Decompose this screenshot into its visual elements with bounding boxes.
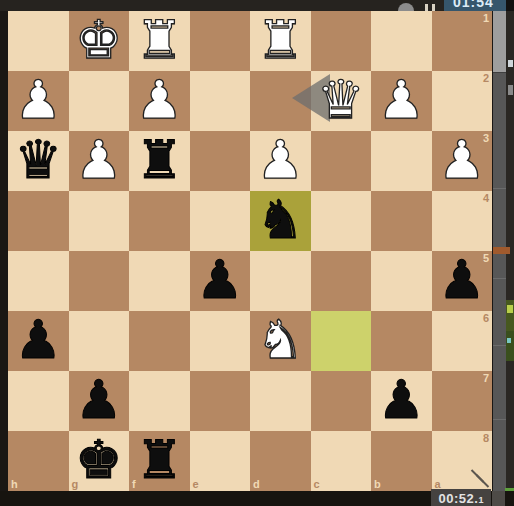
white-pawn-h2[interactable]: ♟: [8, 71, 69, 131]
black-rook-f3[interactable]: ♜: [129, 131, 190, 191]
rank-label-8: 8: [483, 432, 489, 444]
scrollbar-thumb[interactable]: [493, 11, 506, 73]
bottom-clock-tenths: 1: [478, 495, 483, 505]
white-queen-c2[interactable]: ♛: [311, 71, 372, 131]
bottom-clock-time: 00:52.: [439, 491, 479, 506]
black-queen-h3[interactable]: ♛: [8, 131, 69, 191]
rank-label-2: 2: [483, 72, 489, 84]
player-text-fragment: [425, 4, 428, 11]
white-king-g1[interactable]: ♚: [69, 11, 130, 71]
white-rook-d1[interactable]: ♜: [250, 11, 311, 71]
white-pawn-a3[interactable]: ♟: [432, 131, 493, 191]
white-knight-d6[interactable]: ♞: [250, 311, 311, 371]
scrollbar-divider: [493, 188, 506, 189]
black-pawn-h6[interactable]: ♟: [8, 311, 69, 371]
board-resize-handle[interactable]: [466, 464, 490, 488]
white-rook-f1[interactable]: ♜: [129, 11, 190, 71]
file-label-c: c: [314, 478, 320, 490]
square-c1[interactable]: [311, 11, 372, 71]
square-h8[interactable]: h: [8, 431, 69, 491]
black-rook-f8[interactable]: ♜: [129, 431, 190, 491]
square-c4[interactable]: [311, 191, 372, 251]
sidebar-green-button-sliver[interactable]: [506, 331, 514, 361]
scrollbar-divider: [493, 419, 506, 420]
square-a1[interactable]: 1: [432, 11, 493, 71]
black-pawn-g7[interactable]: ♟: [69, 371, 130, 431]
white-pawn-f2[interactable]: ♟: [129, 71, 190, 131]
file-label-b: b: [374, 478, 381, 490]
rank-label-7: 7: [483, 372, 489, 384]
square-b6[interactable]: [371, 311, 432, 371]
top-clock: 01:54: [444, 0, 510, 11]
square-b3[interactable]: [371, 131, 432, 191]
square-a2[interactable]: 2: [432, 71, 493, 131]
file-label-d: d: [253, 478, 260, 490]
square-c7[interactable]: [311, 371, 372, 431]
square-h5[interactable]: [8, 251, 69, 311]
square-e3[interactable]: [190, 131, 251, 191]
sidebar-edge-top: [506, 0, 514, 11]
square-e6[interactable]: [190, 311, 251, 371]
square-e2[interactable]: [190, 71, 251, 131]
square-a6[interactable]: 6: [432, 311, 493, 371]
scrollbar-divider: [493, 278, 506, 279]
white-pawn-d3[interactable]: ♟: [250, 131, 311, 191]
sidebar-text-fragment: [508, 85, 513, 95]
square-e8[interactable]: e: [190, 431, 251, 491]
black-pawn-a5[interactable]: ♟: [432, 251, 493, 311]
square-e1[interactable]: [190, 11, 251, 71]
square-b4[interactable]: [371, 191, 432, 251]
side-scrollbar[interactable]: [493, 11, 506, 502]
white-pawn-b2[interactable]: ♟: [371, 71, 432, 131]
square-c3[interactable]: [311, 131, 372, 191]
top-clock-time: 01:54: [453, 0, 494, 10]
square-c6[interactable]: [311, 311, 372, 371]
square-e4[interactable]: [190, 191, 251, 251]
square-g5[interactable]: [69, 251, 130, 311]
square-h7[interactable]: [8, 371, 69, 431]
square-c5[interactable]: [311, 251, 372, 311]
scrollbar-bottom-block: [492, 491, 505, 506]
rank-label-6: 6: [483, 312, 489, 324]
file-label-e: e: [193, 478, 199, 490]
rank-label-1: 1: [483, 12, 489, 24]
bottom-clock: 00:52.1: [431, 489, 491, 506]
square-d8[interactable]: d: [250, 431, 311, 491]
black-knight-d4[interactable]: ♞: [250, 191, 311, 251]
rank-label-4: 4: [483, 192, 489, 204]
square-b1[interactable]: [371, 11, 432, 71]
black-pawn-b7[interactable]: ♟: [371, 371, 432, 431]
lichess-game-screen: 01:54 1234567hgfedcba8♚♜♜♟♟♛♟♛♟♜♟♟♞♟♟♟♞♟…: [0, 0, 514, 506]
scrollbar-orange-marker: [493, 247, 510, 254]
chess-board[interactable]: 1234567hgfedcba8♚♜♜♟♟♛♟♛♟♜♟♟♞♟♟♟♞♟♟♚♜: [8, 11, 492, 491]
square-c8[interactable]: c: [311, 431, 372, 491]
square-d7[interactable]: [250, 371, 311, 431]
square-h4[interactable]: [8, 191, 69, 251]
square-a4[interactable]: 4: [432, 191, 493, 251]
sidebar-text-fragment: [508, 60, 513, 67]
player-icon: [398, 3, 414, 11]
square-h1[interactable]: [8, 11, 69, 71]
file-label-h: h: [11, 478, 18, 490]
square-g6[interactable]: [69, 311, 130, 371]
square-g4[interactable]: [69, 191, 130, 251]
white-pawn-g3[interactable]: ♟: [69, 131, 130, 191]
square-g2[interactable]: [69, 71, 130, 131]
square-f7[interactable]: [129, 371, 190, 431]
square-b5[interactable]: [371, 251, 432, 311]
square-f5[interactable]: [129, 251, 190, 311]
player-text-fragment: [432, 4, 435, 11]
square-d5[interactable]: [250, 251, 311, 311]
square-b8[interactable]: b: [371, 431, 432, 491]
scrollbar-divider: [493, 345, 506, 346]
square-a7[interactable]: 7: [432, 371, 493, 431]
square-e7[interactable]: [190, 371, 251, 431]
square-f4[interactable]: [129, 191, 190, 251]
sidebar-green-button-sliver[interactable]: [506, 300, 514, 331]
square-f6[interactable]: [129, 311, 190, 371]
bottom-player-bar: 00:52.1: [0, 491, 514, 506]
black-pawn-e5[interactable]: ♟: [190, 251, 251, 311]
black-king-g8[interactable]: ♚: [69, 431, 130, 491]
